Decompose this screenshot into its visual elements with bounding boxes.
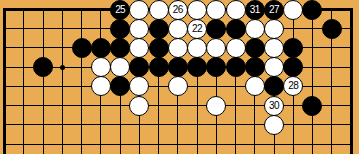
white-stone — [129, 0, 149, 20]
black-stone — [226, 19, 246, 39]
white-stone — [226, 0, 246, 20]
white-stone — [283, 0, 303, 20]
white-stone — [129, 96, 149, 116]
black-stone — [302, 96, 322, 116]
move-number-label: 26 — [173, 5, 183, 15]
black-stone — [283, 38, 303, 58]
white-stone — [110, 57, 130, 77]
black-stone — [91, 38, 111, 58]
black-stone: 25 — [110, 0, 130, 20]
black-stone — [129, 57, 149, 77]
black-stone: 31 — [245, 0, 265, 20]
move-number-label: 31 — [250, 5, 260, 15]
white-stone — [129, 76, 149, 96]
go-board-diagram: 25263127222830 — [0, 0, 359, 154]
white-stone — [129, 19, 149, 39]
black-stone — [187, 57, 207, 77]
move-number-label: 27 — [269, 5, 279, 15]
white-stone: 26 — [168, 0, 188, 20]
white-stone — [168, 19, 188, 39]
black-stone — [72, 38, 92, 58]
white-stone — [168, 76, 188, 96]
black-stone — [206, 57, 226, 77]
black-stone — [168, 57, 188, 77]
black-stone — [206, 19, 226, 39]
black-stone — [245, 38, 265, 58]
black-stone — [226, 57, 246, 77]
white-stone: 30 — [264, 96, 284, 116]
white-stone — [226, 38, 246, 58]
white-stone — [264, 57, 284, 77]
move-number-label: 28 — [288, 81, 298, 91]
white-stone — [187, 38, 207, 58]
white-stone — [245, 19, 265, 39]
white-stone — [206, 38, 226, 58]
white-stone — [206, 96, 226, 116]
black-stone — [110, 76, 130, 96]
black-stone — [322, 19, 342, 39]
black-stone — [149, 38, 169, 58]
black-stone — [149, 57, 169, 77]
white-stone — [264, 115, 284, 135]
white-stone — [245, 76, 265, 96]
white-stone: 22 — [187, 19, 207, 39]
black-stone — [245, 57, 265, 77]
black-stone — [149, 19, 169, 39]
white-stone — [187, 0, 207, 20]
move-number-label: 22 — [192, 24, 202, 34]
white-stone — [206, 0, 226, 20]
white-stone: 28 — [283, 76, 303, 96]
white-stone — [264, 19, 284, 39]
black-stone — [264, 76, 284, 96]
black-stone — [283, 57, 303, 77]
black-stone — [110, 19, 130, 39]
white-stone — [264, 38, 284, 58]
move-number-label: 25 — [115, 5, 125, 15]
white-stone — [129, 38, 149, 58]
white-stone — [149, 0, 169, 20]
white-stone — [168, 38, 188, 58]
white-stone — [91, 57, 111, 77]
black-stone — [33, 57, 53, 77]
white-stone — [91, 76, 111, 96]
black-stone: 27 — [264, 0, 284, 20]
move-number-label: 30 — [269, 101, 279, 111]
stone-layer: 25263127222830 — [0, 0, 359, 154]
black-stone — [110, 38, 130, 58]
black-stone — [302, 0, 322, 20]
